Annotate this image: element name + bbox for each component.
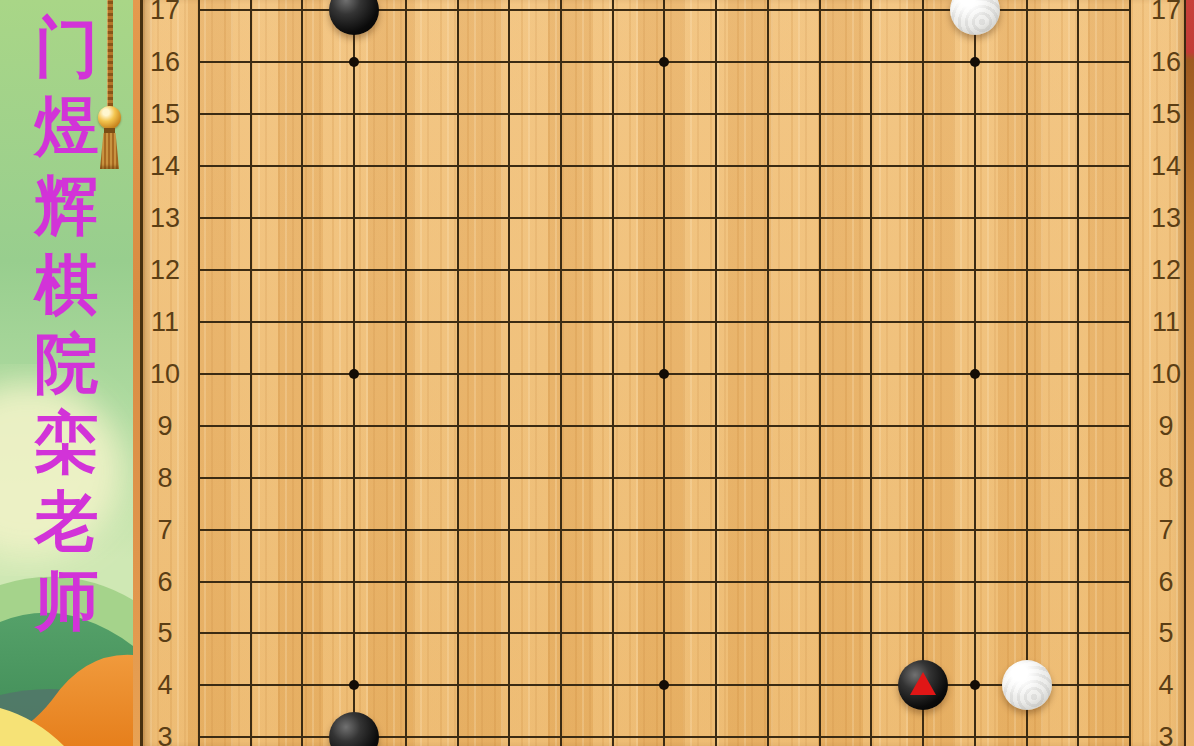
grid-line-horizontal	[198, 581, 1131, 583]
row-label-left-17: 17	[144, 0, 186, 25]
row-label-right-13: 13	[1145, 203, 1187, 233]
row-label-right-4: 4	[1145, 670, 1187, 700]
row-label-right-9: 9	[1145, 411, 1187, 441]
row-label-right-15: 15	[1145, 99, 1187, 129]
grid-line-horizontal	[198, 425, 1131, 427]
row-label-left-12: 12	[144, 255, 186, 285]
tassel-ornament	[96, 0, 126, 172]
row-label-right-8: 8	[1145, 463, 1187, 493]
grid-line-horizontal	[198, 321, 1131, 323]
grid-line-horizontal	[198, 477, 1131, 479]
star-point	[970, 680, 980, 690]
star-point	[659, 369, 669, 379]
sidebar-banner: 门煜辉棋院栾老师	[0, 0, 133, 746]
row-label-left-3: 3	[144, 722, 186, 746]
row-label-right-11: 11	[1145, 307, 1187, 337]
row-label-left-15: 15	[144, 99, 186, 129]
row-label-left-11: 11	[144, 307, 186, 337]
banner-char: 棋	[0, 248, 133, 321]
go-board[interactable]: 1717161615151414131312121111101099887766…	[143, 0, 1184, 746]
star-point	[349, 369, 359, 379]
row-label-left-8: 8	[144, 463, 186, 493]
row-label-right-3: 3	[1145, 722, 1187, 746]
row-label-right-7: 7	[1145, 515, 1187, 545]
row-label-right-5: 5	[1145, 618, 1187, 648]
banner-char: 师	[0, 564, 133, 637]
stone-black-P4[interactable]	[898, 660, 948, 710]
star-point	[970, 57, 980, 67]
row-label-left-9: 9	[144, 411, 186, 441]
grid-line-horizontal	[198, 529, 1131, 531]
frame-strip-left	[133, 0, 140, 746]
grid-line-horizontal	[198, 165, 1131, 167]
star-point	[659, 57, 669, 67]
grid-line-horizontal	[198, 269, 1131, 271]
row-label-right-10: 10	[1145, 359, 1187, 389]
frame-strip-right	[1186, 0, 1194, 746]
row-label-left-4: 4	[144, 670, 186, 700]
row-label-left-10: 10	[144, 359, 186, 389]
row-label-right-12: 12	[1145, 255, 1187, 285]
star-point	[659, 680, 669, 690]
stone-white-Q17[interactable]	[950, 0, 1000, 35]
tassel-skirt-icon	[100, 133, 119, 169]
row-label-right-6: 6	[1145, 567, 1187, 597]
banner-char: 辉	[0, 169, 133, 242]
stone-black-D17[interactable]	[329, 0, 379, 35]
go-app-screen: 门煜辉棋院栾老师 1717161615151414131312121111101…	[0, 0, 1194, 746]
row-label-right-16: 16	[1145, 47, 1187, 77]
stone-white-R4[interactable]	[1002, 660, 1052, 710]
grid-line-horizontal	[198, 113, 1131, 115]
tassel-cord-icon	[107, 0, 113, 109]
star-point	[349, 57, 359, 67]
banner-char: 栾	[0, 406, 133, 479]
star-point	[970, 369, 980, 379]
last-move-triangle-marker	[910, 672, 936, 695]
row-label-right-17: 17	[1145, 0, 1187, 25]
row-label-left-16: 16	[144, 47, 186, 77]
row-label-right-14: 14	[1145, 151, 1187, 181]
banner-char: 院	[0, 327, 133, 400]
tassel-bead-icon	[98, 106, 121, 129]
row-label-left-14: 14	[144, 151, 186, 181]
stone-black-D3[interactable]	[329, 712, 379, 746]
star-point	[349, 680, 359, 690]
row-label-left-7: 7	[144, 515, 186, 545]
row-label-left-13: 13	[144, 203, 186, 233]
row-label-left-5: 5	[144, 618, 186, 648]
grid-line-horizontal	[198, 217, 1131, 219]
row-label-left-6: 6	[144, 567, 186, 597]
grid-line-horizontal	[198, 632, 1131, 634]
banner-char: 老	[0, 485, 133, 558]
